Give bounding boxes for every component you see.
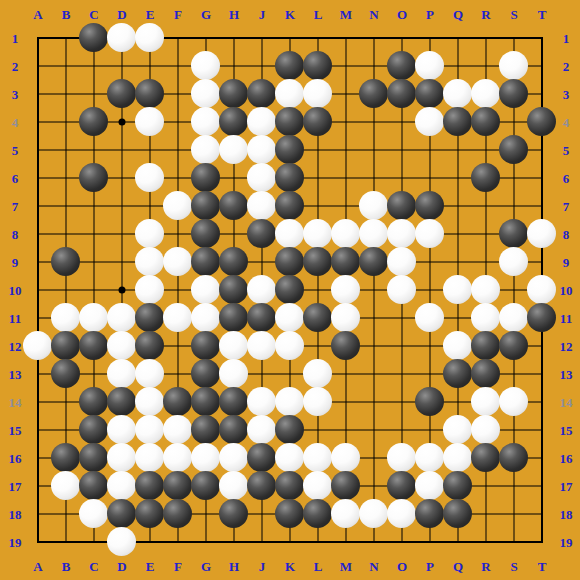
intersection-O9[interactable]: [388, 248, 416, 276]
intersection-O14[interactable]: [388, 388, 416, 416]
intersection-C18[interactable]: [80, 500, 108, 528]
intersection-O19[interactable]: [388, 528, 416, 556]
intersection-Q8[interactable]: [444, 220, 472, 248]
intersection-N18[interactable]: [360, 500, 388, 528]
intersection-T15[interactable]: [528, 416, 556, 444]
intersection-S11[interactable]: [500, 304, 528, 332]
intersection-S15[interactable]: [500, 416, 528, 444]
intersection-K8[interactable]: [276, 220, 304, 248]
intersection-A18[interactable]: [24, 500, 52, 528]
intersection-D10[interactable]: [108, 276, 136, 304]
intersection-Q7[interactable]: [444, 192, 472, 220]
intersection-K5[interactable]: [276, 136, 304, 164]
intersection-T2[interactable]: [528, 52, 556, 80]
intersection-S6[interactable]: [500, 164, 528, 192]
intersection-P18[interactable]: [416, 500, 444, 528]
intersection-T11[interactable]: [528, 304, 556, 332]
intersection-Q17[interactable]: [444, 472, 472, 500]
intersection-H14[interactable]: [220, 388, 248, 416]
intersection-R13[interactable]: [472, 360, 500, 388]
intersection-K7[interactable]: [276, 192, 304, 220]
intersection-O3[interactable]: [388, 80, 416, 108]
intersection-A4[interactable]: [24, 108, 52, 136]
intersection-P11[interactable]: [416, 304, 444, 332]
intersection-G11[interactable]: [192, 304, 220, 332]
intersection-P6[interactable]: [416, 164, 444, 192]
intersection-F8[interactable]: [164, 220, 192, 248]
intersection-T19[interactable]: [528, 528, 556, 556]
intersection-H18[interactable]: [220, 500, 248, 528]
intersection-C7[interactable]: [80, 192, 108, 220]
intersection-K1[interactable]: [276, 24, 304, 52]
intersection-K18[interactable]: [276, 500, 304, 528]
intersection-J7[interactable]: [248, 192, 276, 220]
intersection-L10[interactable]: [304, 276, 332, 304]
intersection-L9[interactable]: [304, 248, 332, 276]
intersection-N14[interactable]: [360, 388, 388, 416]
intersection-C19[interactable]: [80, 528, 108, 556]
intersection-H5[interactable]: [220, 136, 248, 164]
intersection-B12[interactable]: [52, 332, 80, 360]
intersection-B2[interactable]: [52, 52, 80, 80]
intersection-H8[interactable]: [220, 220, 248, 248]
intersection-L17[interactable]: [304, 472, 332, 500]
intersection-F13[interactable]: [164, 360, 192, 388]
intersection-L18[interactable]: [304, 500, 332, 528]
intersection-E4[interactable]: [136, 108, 164, 136]
intersection-T7[interactable]: [528, 192, 556, 220]
intersection-Q16[interactable]: [444, 444, 472, 472]
intersection-D13[interactable]: [108, 360, 136, 388]
intersection-K10[interactable]: [276, 276, 304, 304]
intersection-N13[interactable]: [360, 360, 388, 388]
intersection-F10[interactable]: [164, 276, 192, 304]
intersection-S12[interactable]: [500, 332, 528, 360]
intersection-J15[interactable]: [248, 416, 276, 444]
intersection-K11[interactable]: [276, 304, 304, 332]
intersection-E15[interactable]: [136, 416, 164, 444]
intersection-J18[interactable]: [248, 500, 276, 528]
intersection-F3[interactable]: [164, 80, 192, 108]
intersection-D14[interactable]: [108, 388, 136, 416]
intersection-D6[interactable]: [108, 164, 136, 192]
intersection-T8[interactable]: [528, 220, 556, 248]
intersection-N3[interactable]: [360, 80, 388, 108]
intersection-B3[interactable]: [52, 80, 80, 108]
intersection-T10[interactable]: [528, 276, 556, 304]
intersection-F15[interactable]: [164, 416, 192, 444]
intersection-P9[interactable]: [416, 248, 444, 276]
intersection-M8[interactable]: [332, 220, 360, 248]
intersection-Q6[interactable]: [444, 164, 472, 192]
intersection-R18[interactable]: [472, 500, 500, 528]
intersection-J1[interactable]: [248, 24, 276, 52]
intersection-G5[interactable]: [192, 136, 220, 164]
intersection-O13[interactable]: [388, 360, 416, 388]
intersection-M19[interactable]: [332, 528, 360, 556]
intersection-D2[interactable]: [108, 52, 136, 80]
intersection-P2[interactable]: [416, 52, 444, 80]
intersection-O16[interactable]: [388, 444, 416, 472]
intersection-J19[interactable]: [248, 528, 276, 556]
intersection-M7[interactable]: [332, 192, 360, 220]
intersection-R15[interactable]: [472, 416, 500, 444]
intersection-P8[interactable]: [416, 220, 444, 248]
intersection-P12[interactable]: [416, 332, 444, 360]
intersection-Q2[interactable]: [444, 52, 472, 80]
intersection-A12[interactable]: [24, 332, 52, 360]
intersection-K16[interactable]: [276, 444, 304, 472]
intersection-F1[interactable]: [164, 24, 192, 52]
intersection-S4[interactable]: [500, 108, 528, 136]
intersection-H17[interactable]: [220, 472, 248, 500]
intersection-A6[interactable]: [24, 164, 52, 192]
intersection-A16[interactable]: [24, 444, 52, 472]
intersection-A11[interactable]: [24, 304, 52, 332]
intersection-M15[interactable]: [332, 416, 360, 444]
intersection-L6[interactable]: [304, 164, 332, 192]
intersection-M11[interactable]: [332, 304, 360, 332]
intersection-T18[interactable]: [528, 500, 556, 528]
intersection-E19[interactable]: [136, 528, 164, 556]
intersection-H11[interactable]: [220, 304, 248, 332]
intersection-A19[interactable]: [24, 528, 52, 556]
intersection-T14[interactable]: [528, 388, 556, 416]
intersection-C11[interactable]: [80, 304, 108, 332]
intersection-A1[interactable]: [24, 24, 52, 52]
intersection-M6[interactable]: [332, 164, 360, 192]
intersection-A3[interactable]: [24, 80, 52, 108]
intersection-D17[interactable]: [108, 472, 136, 500]
intersection-R10[interactable]: [472, 276, 500, 304]
intersection-D7[interactable]: [108, 192, 136, 220]
intersection-E2[interactable]: [136, 52, 164, 80]
intersection-F2[interactable]: [164, 52, 192, 80]
intersection-Q11[interactable]: [444, 304, 472, 332]
intersection-B9[interactable]: [52, 248, 80, 276]
intersection-F18[interactable]: [164, 500, 192, 528]
intersection-K13[interactable]: [276, 360, 304, 388]
intersection-R11[interactable]: [472, 304, 500, 332]
intersection-R16[interactable]: [472, 444, 500, 472]
intersection-M3[interactable]: [332, 80, 360, 108]
intersection-N19[interactable]: [360, 528, 388, 556]
intersection-D9[interactable]: [108, 248, 136, 276]
intersection-C2[interactable]: [80, 52, 108, 80]
intersection-M4[interactable]: [332, 108, 360, 136]
intersection-A7[interactable]: [24, 192, 52, 220]
intersection-M14[interactable]: [332, 388, 360, 416]
intersection-T5[interactable]: [528, 136, 556, 164]
intersection-P10[interactable]: [416, 276, 444, 304]
intersection-N4[interactable]: [360, 108, 388, 136]
intersection-S16[interactable]: [500, 444, 528, 472]
intersection-Q12[interactable]: [444, 332, 472, 360]
intersection-L2[interactable]: [304, 52, 332, 80]
intersection-S7[interactable]: [500, 192, 528, 220]
intersection-F4[interactable]: [164, 108, 192, 136]
intersection-S5[interactable]: [500, 136, 528, 164]
intersection-N5[interactable]: [360, 136, 388, 164]
intersection-K6[interactable]: [276, 164, 304, 192]
intersection-F16[interactable]: [164, 444, 192, 472]
intersection-J14[interactable]: [248, 388, 276, 416]
intersection-O12[interactable]: [388, 332, 416, 360]
intersection-D8[interactable]: [108, 220, 136, 248]
intersection-E13[interactable]: [136, 360, 164, 388]
intersection-A5[interactable]: [24, 136, 52, 164]
intersection-B17[interactable]: [52, 472, 80, 500]
intersection-M5[interactable]: [332, 136, 360, 164]
intersection-J13[interactable]: [248, 360, 276, 388]
intersection-K9[interactable]: [276, 248, 304, 276]
intersection-R5[interactable]: [472, 136, 500, 164]
intersection-G9[interactable]: [192, 248, 220, 276]
intersection-B14[interactable]: [52, 388, 80, 416]
intersection-B8[interactable]: [52, 220, 80, 248]
intersection-M18[interactable]: [332, 500, 360, 528]
intersection-G16[interactable]: [192, 444, 220, 472]
intersection-M12[interactable]: [332, 332, 360, 360]
intersection-M16[interactable]: [332, 444, 360, 472]
intersection-G2[interactable]: [192, 52, 220, 80]
intersection-B6[interactable]: [52, 164, 80, 192]
intersection-J4[interactable]: [248, 108, 276, 136]
intersection-E11[interactable]: [136, 304, 164, 332]
intersection-N1[interactable]: [360, 24, 388, 52]
intersection-K2[interactable]: [276, 52, 304, 80]
intersection-A14[interactable]: [24, 388, 52, 416]
intersection-G10[interactable]: [192, 276, 220, 304]
intersection-F6[interactable]: [164, 164, 192, 192]
intersection-N7[interactable]: [360, 192, 388, 220]
intersection-E10[interactable]: [136, 276, 164, 304]
intersection-S18[interactable]: [500, 500, 528, 528]
intersection-C4[interactable]: [80, 108, 108, 136]
intersection-A13[interactable]: [24, 360, 52, 388]
intersection-H15[interactable]: [220, 416, 248, 444]
intersection-E7[interactable]: [136, 192, 164, 220]
intersection-E8[interactable]: [136, 220, 164, 248]
intersection-L1[interactable]: [304, 24, 332, 52]
intersection-M9[interactable]: [332, 248, 360, 276]
intersection-K14[interactable]: [276, 388, 304, 416]
intersection-C12[interactable]: [80, 332, 108, 360]
intersection-S14[interactable]: [500, 388, 528, 416]
intersection-L4[interactable]: [304, 108, 332, 136]
intersection-J6[interactable]: [248, 164, 276, 192]
intersection-A8[interactable]: [24, 220, 52, 248]
intersection-L16[interactable]: [304, 444, 332, 472]
intersection-B19[interactable]: [52, 528, 80, 556]
intersection-D3[interactable]: [108, 80, 136, 108]
intersection-B5[interactable]: [52, 136, 80, 164]
intersection-O8[interactable]: [388, 220, 416, 248]
intersection-O7[interactable]: [388, 192, 416, 220]
intersection-A9[interactable]: [24, 248, 52, 276]
intersection-P15[interactable]: [416, 416, 444, 444]
intersection-S9[interactable]: [500, 248, 528, 276]
intersection-S3[interactable]: [500, 80, 528, 108]
intersection-D15[interactable]: [108, 416, 136, 444]
intersection-K15[interactable]: [276, 416, 304, 444]
intersection-P4[interactable]: [416, 108, 444, 136]
intersection-C16[interactable]: [80, 444, 108, 472]
intersection-D12[interactable]: [108, 332, 136, 360]
intersection-H16[interactable]: [220, 444, 248, 472]
intersection-N12[interactable]: [360, 332, 388, 360]
intersection-O1[interactable]: [388, 24, 416, 52]
intersection-P14[interactable]: [416, 388, 444, 416]
intersection-G15[interactable]: [192, 416, 220, 444]
intersection-O6[interactable]: [388, 164, 416, 192]
intersection-P7[interactable]: [416, 192, 444, 220]
intersection-B16[interactable]: [52, 444, 80, 472]
intersection-B11[interactable]: [52, 304, 80, 332]
intersection-L14[interactable]: [304, 388, 332, 416]
intersection-R17[interactable]: [472, 472, 500, 500]
intersection-R6[interactable]: [472, 164, 500, 192]
intersection-C14[interactable]: [80, 388, 108, 416]
intersection-H4[interactable]: [220, 108, 248, 136]
intersection-Q13[interactable]: [444, 360, 472, 388]
intersection-J16[interactable]: [248, 444, 276, 472]
intersection-G12[interactable]: [192, 332, 220, 360]
intersection-L12[interactable]: [304, 332, 332, 360]
intersection-R4[interactable]: [472, 108, 500, 136]
intersection-A10[interactable]: [24, 276, 52, 304]
intersection-C3[interactable]: [80, 80, 108, 108]
intersection-O11[interactable]: [388, 304, 416, 332]
intersection-T1[interactable]: [528, 24, 556, 52]
intersection-B15[interactable]: [52, 416, 80, 444]
intersection-S1[interactable]: [500, 24, 528, 52]
intersection-G8[interactable]: [192, 220, 220, 248]
intersection-E14[interactable]: [136, 388, 164, 416]
intersection-J10[interactable]: [248, 276, 276, 304]
intersection-G7[interactable]: [192, 192, 220, 220]
intersection-T12[interactable]: [528, 332, 556, 360]
intersection-P19[interactable]: [416, 528, 444, 556]
intersection-J3[interactable]: [248, 80, 276, 108]
intersection-Q15[interactable]: [444, 416, 472, 444]
intersection-G4[interactable]: [192, 108, 220, 136]
intersection-J12[interactable]: [248, 332, 276, 360]
intersection-S13[interactable]: [500, 360, 528, 388]
intersection-H13[interactable]: [220, 360, 248, 388]
intersection-L11[interactable]: [304, 304, 332, 332]
intersection-D11[interactable]: [108, 304, 136, 332]
intersection-F9[interactable]: [164, 248, 192, 276]
intersection-R12[interactable]: [472, 332, 500, 360]
intersection-J9[interactable]: [248, 248, 276, 276]
intersection-G6[interactable]: [192, 164, 220, 192]
intersection-R19[interactable]: [472, 528, 500, 556]
intersection-K12[interactable]: [276, 332, 304, 360]
intersection-D16[interactable]: [108, 444, 136, 472]
intersection-L3[interactable]: [304, 80, 332, 108]
intersection-R14[interactable]: [472, 388, 500, 416]
intersection-D5[interactable]: [108, 136, 136, 164]
intersection-Q19[interactable]: [444, 528, 472, 556]
intersection-M10[interactable]: [332, 276, 360, 304]
intersection-J11[interactable]: [248, 304, 276, 332]
intersection-Q5[interactable]: [444, 136, 472, 164]
intersection-Q14[interactable]: [444, 388, 472, 416]
intersection-H1[interactable]: [220, 24, 248, 52]
intersection-R1[interactable]: [472, 24, 500, 52]
intersection-R7[interactable]: [472, 192, 500, 220]
intersection-E18[interactable]: [136, 500, 164, 528]
intersection-C17[interactable]: [80, 472, 108, 500]
intersection-B13[interactable]: [52, 360, 80, 388]
intersection-N17[interactable]: [360, 472, 388, 500]
intersection-G3[interactable]: [192, 80, 220, 108]
intersection-O15[interactable]: [388, 416, 416, 444]
intersection-P16[interactable]: [416, 444, 444, 472]
intersection-N6[interactable]: [360, 164, 388, 192]
intersection-E16[interactable]: [136, 444, 164, 472]
intersection-N15[interactable]: [360, 416, 388, 444]
intersection-F19[interactable]: [164, 528, 192, 556]
intersection-P13[interactable]: [416, 360, 444, 388]
intersection-N11[interactable]: [360, 304, 388, 332]
intersection-N10[interactable]: [360, 276, 388, 304]
intersection-F12[interactable]: [164, 332, 192, 360]
intersection-S10[interactable]: [500, 276, 528, 304]
intersection-O5[interactable]: [388, 136, 416, 164]
intersection-K19[interactable]: [276, 528, 304, 556]
intersection-C8[interactable]: [80, 220, 108, 248]
intersection-S8[interactable]: [500, 220, 528, 248]
intersection-K3[interactable]: [276, 80, 304, 108]
intersection-R8[interactable]: [472, 220, 500, 248]
intersection-B1[interactable]: [52, 24, 80, 52]
intersection-M13[interactable]: [332, 360, 360, 388]
intersection-O4[interactable]: [388, 108, 416, 136]
intersection-T17[interactable]: [528, 472, 556, 500]
intersection-T4[interactable]: [528, 108, 556, 136]
intersection-K17[interactable]: [276, 472, 304, 500]
intersection-A17[interactable]: [24, 472, 52, 500]
intersection-R3[interactable]: [472, 80, 500, 108]
intersection-S19[interactable]: [500, 528, 528, 556]
intersection-B7[interactable]: [52, 192, 80, 220]
intersection-G14[interactable]: [192, 388, 220, 416]
intersection-T6[interactable]: [528, 164, 556, 192]
intersection-T13[interactable]: [528, 360, 556, 388]
intersection-L8[interactable]: [304, 220, 332, 248]
intersection-N8[interactable]: [360, 220, 388, 248]
intersection-H7[interactable]: [220, 192, 248, 220]
intersection-H19[interactable]: [220, 528, 248, 556]
intersection-F11[interactable]: [164, 304, 192, 332]
intersection-E1[interactable]: [136, 24, 164, 52]
intersection-O18[interactable]: [388, 500, 416, 528]
intersection-H12[interactable]: [220, 332, 248, 360]
intersection-S17[interactable]: [500, 472, 528, 500]
intersection-E17[interactable]: [136, 472, 164, 500]
intersection-E5[interactable]: [136, 136, 164, 164]
intersection-T16[interactable]: [528, 444, 556, 472]
intersection-P5[interactable]: [416, 136, 444, 164]
intersection-L5[interactable]: [304, 136, 332, 164]
intersection-R2[interactable]: [472, 52, 500, 80]
intersection-L13[interactable]: [304, 360, 332, 388]
intersection-E9[interactable]: [136, 248, 164, 276]
intersection-O10[interactable]: [388, 276, 416, 304]
intersection-M1[interactable]: [332, 24, 360, 52]
